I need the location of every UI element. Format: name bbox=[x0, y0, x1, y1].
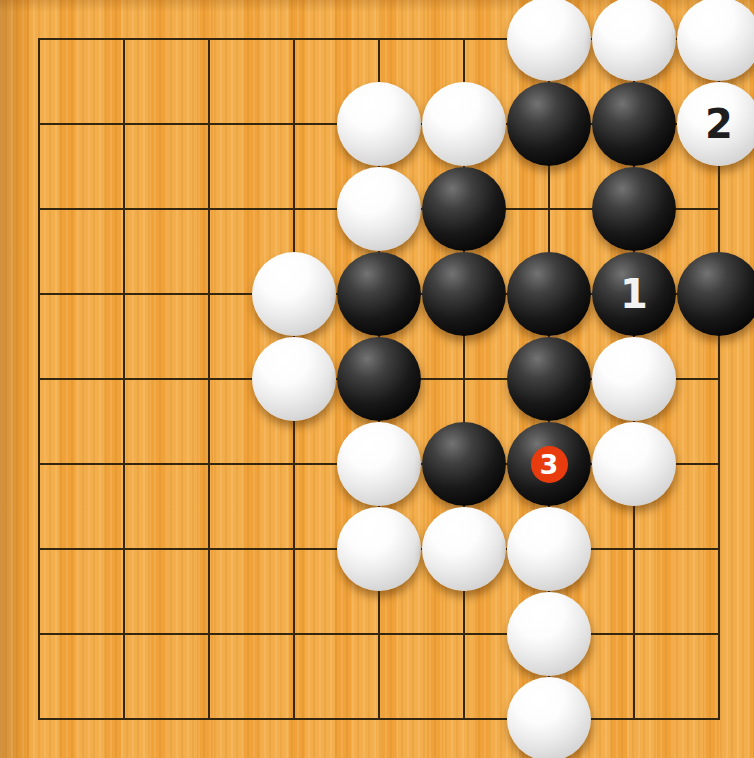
black-stone-c4r3[interactable] bbox=[337, 252, 421, 336]
black-stone-c7r3[interactable]: 1 bbox=[592, 252, 676, 336]
black-stone-c4r4[interactable] bbox=[337, 337, 421, 421]
black-stone-c6r4[interactable] bbox=[507, 337, 591, 421]
white-stone-c6r0[interactable] bbox=[507, 0, 591, 81]
white-stone-c6r7[interactable] bbox=[507, 592, 591, 676]
black-stone-c8r3[interactable] bbox=[677, 252, 754, 336]
move-1-label: 1 bbox=[592, 252, 676, 336]
black-stone-c7r1[interactable] bbox=[592, 82, 676, 166]
white-stone-c4r6[interactable] bbox=[337, 507, 421, 591]
white-stone-c5r6[interactable] bbox=[422, 507, 506, 591]
go-app-screen: 213 bbox=[0, 0, 754, 758]
white-stone-c8r1[interactable]: 2 bbox=[677, 82, 754, 166]
black-stone-c6r3[interactable] bbox=[507, 252, 591, 336]
white-stone-c7r5[interactable] bbox=[592, 422, 676, 506]
white-stone-c4r5[interactable] bbox=[337, 422, 421, 506]
black-stone-c7r2[interactable] bbox=[592, 167, 676, 251]
white-stone-c8r0[interactable] bbox=[677, 0, 754, 81]
white-stone-c3r4[interactable] bbox=[252, 337, 336, 421]
white-stone-c3r3[interactable] bbox=[252, 252, 336, 336]
white-stone-c7r4[interactable] bbox=[592, 337, 676, 421]
black-stone-c6r5[interactable]: 3 bbox=[507, 422, 591, 506]
white-stone-c7r0[interactable] bbox=[592, 0, 676, 81]
white-stone-c4r1[interactable] bbox=[337, 82, 421, 166]
white-stone-c6r6[interactable] bbox=[507, 507, 591, 591]
go-board[interactable]: 213 bbox=[0, 0, 754, 758]
white-stone-c4r2[interactable] bbox=[337, 167, 421, 251]
grid-line-horizontal-8 bbox=[38, 718, 720, 720]
move-2-label: 2 bbox=[677, 82, 754, 166]
move-3-label: 3 bbox=[531, 446, 568, 483]
grid-line-horizontal-7 bbox=[38, 633, 720, 635]
black-stone-c5r2[interactable] bbox=[422, 167, 506, 251]
white-stone-c5r1[interactable] bbox=[422, 82, 506, 166]
white-stone-c6r8[interactable] bbox=[507, 677, 591, 758]
black-stone-c5r5[interactable] bbox=[422, 422, 506, 506]
black-stone-c6r1[interactable] bbox=[507, 82, 591, 166]
black-stone-c5r3[interactable] bbox=[422, 252, 506, 336]
